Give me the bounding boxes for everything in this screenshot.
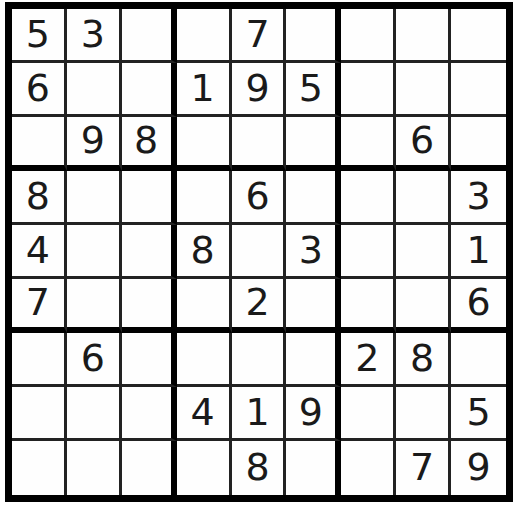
cell-r8c6[interactable]: 9: [286, 387, 341, 441]
cell-r7c7[interactable]: 2: [341, 333, 396, 387]
cell-r7c9[interactable]: [451, 333, 506, 387]
cell-r8c3[interactable]: [122, 387, 177, 441]
cell-r2c4[interactable]: 1: [177, 63, 232, 117]
cell-r8c4[interactable]: 4: [177, 387, 232, 441]
cell-r2c7[interactable]: [341, 63, 396, 117]
cell-r1c2[interactable]: 3: [67, 9, 122, 63]
cell-r1c5[interactable]: 7: [232, 9, 287, 63]
cell-r5c7[interactable]: [341, 225, 396, 279]
cell-r1c8[interactable]: [396, 9, 451, 63]
cell-r4c7[interactable]: [341, 171, 396, 225]
cell-r9c5[interactable]: 8: [232, 441, 287, 495]
cell-r2c1[interactable]: 6: [12, 63, 67, 117]
cell-r2c9[interactable]: [451, 63, 506, 117]
cell-r6c3[interactable]: [122, 279, 177, 333]
cell-r6c6[interactable]: [286, 279, 341, 333]
cell-r1c3[interactable]: [122, 9, 177, 63]
cell-r4c4[interactable]: [177, 171, 232, 225]
cell-r8c7[interactable]: [341, 387, 396, 441]
cell-r9c4[interactable]: [177, 441, 232, 495]
cell-r4c5[interactable]: 6: [232, 171, 287, 225]
cell-r8c9[interactable]: 5: [451, 387, 506, 441]
cell-r4c9[interactable]: 3: [451, 171, 506, 225]
cell-r6c2[interactable]: [67, 279, 122, 333]
cell-r7c5[interactable]: [232, 333, 287, 387]
cell-r9c2[interactable]: [67, 441, 122, 495]
cell-r8c2[interactable]: [67, 387, 122, 441]
cell-r3c8[interactable]: 6: [396, 117, 451, 171]
sudoku-board-wrap: 537619598686348317266284195879: [5, 2, 513, 502]
cell-r5c5[interactable]: [232, 225, 287, 279]
cell-r3c9[interactable]: [451, 117, 506, 171]
cell-r4c1[interactable]: 8: [12, 171, 67, 225]
cell-r5c4[interactable]: 8: [177, 225, 232, 279]
cell-r5c6[interactable]: 3: [286, 225, 341, 279]
cell-r4c2[interactable]: [67, 171, 122, 225]
cell-r1c9[interactable]: [451, 9, 506, 63]
cell-r7c4[interactable]: [177, 333, 232, 387]
cell-r3c5[interactable]: [232, 117, 287, 171]
cell-r3c3[interactable]: 8: [122, 117, 177, 171]
cell-r7c8[interactable]: 8: [396, 333, 451, 387]
cell-r4c3[interactable]: [122, 171, 177, 225]
cell-r3c7[interactable]: [341, 117, 396, 171]
cell-r8c5[interactable]: 1: [232, 387, 287, 441]
cell-r2c3[interactable]: [122, 63, 177, 117]
cell-r7c1[interactable]: [12, 333, 67, 387]
cell-r1c1[interactable]: 5: [12, 9, 67, 63]
cell-r6c7[interactable]: [341, 279, 396, 333]
cell-r3c2[interactable]: 9: [67, 117, 122, 171]
cell-r9c6[interactable]: [286, 441, 341, 495]
cell-r6c4[interactable]: [177, 279, 232, 333]
cell-r7c6[interactable]: [286, 333, 341, 387]
cell-r2c2[interactable]: [67, 63, 122, 117]
cell-r5c9[interactable]: 1: [451, 225, 506, 279]
cell-r9c8[interactable]: 7: [396, 441, 451, 495]
cell-r7c3[interactable]: [122, 333, 177, 387]
cell-r3c1[interactable]: [12, 117, 67, 171]
cell-r9c1[interactable]: [12, 441, 67, 495]
cell-r1c6[interactable]: [286, 9, 341, 63]
cell-r2c6[interactable]: 5: [286, 63, 341, 117]
cell-r1c7[interactable]: [341, 9, 396, 63]
cell-r6c8[interactable]: [396, 279, 451, 333]
cell-r9c7[interactable]: [341, 441, 396, 495]
cell-r2c8[interactable]: [396, 63, 451, 117]
cell-r7c2[interactable]: 6: [67, 333, 122, 387]
cell-r8c8[interactable]: [396, 387, 451, 441]
cell-r4c6[interactable]: [286, 171, 341, 225]
cell-r3c4[interactable]: [177, 117, 232, 171]
cell-r2c5[interactable]: 9: [232, 63, 287, 117]
cell-r9c3[interactable]: [122, 441, 177, 495]
cell-r5c3[interactable]: [122, 225, 177, 279]
cell-r5c2[interactable]: [67, 225, 122, 279]
cell-r9c9[interactable]: 9: [451, 441, 506, 495]
cell-r6c1[interactable]: 7: [12, 279, 67, 333]
cell-r3c6[interactable]: [286, 117, 341, 171]
cell-r5c1[interactable]: 4: [12, 225, 67, 279]
sudoku-board: 537619598686348317266284195879: [5, 2, 513, 502]
cell-r8c1[interactable]: [12, 387, 67, 441]
cell-r4c8[interactable]: [396, 171, 451, 225]
cell-r6c9[interactable]: 6: [451, 279, 506, 333]
cell-r1c4[interactable]: [177, 9, 232, 63]
cell-r6c5[interactable]: 2: [232, 279, 287, 333]
cell-r5c8[interactable]: [396, 225, 451, 279]
